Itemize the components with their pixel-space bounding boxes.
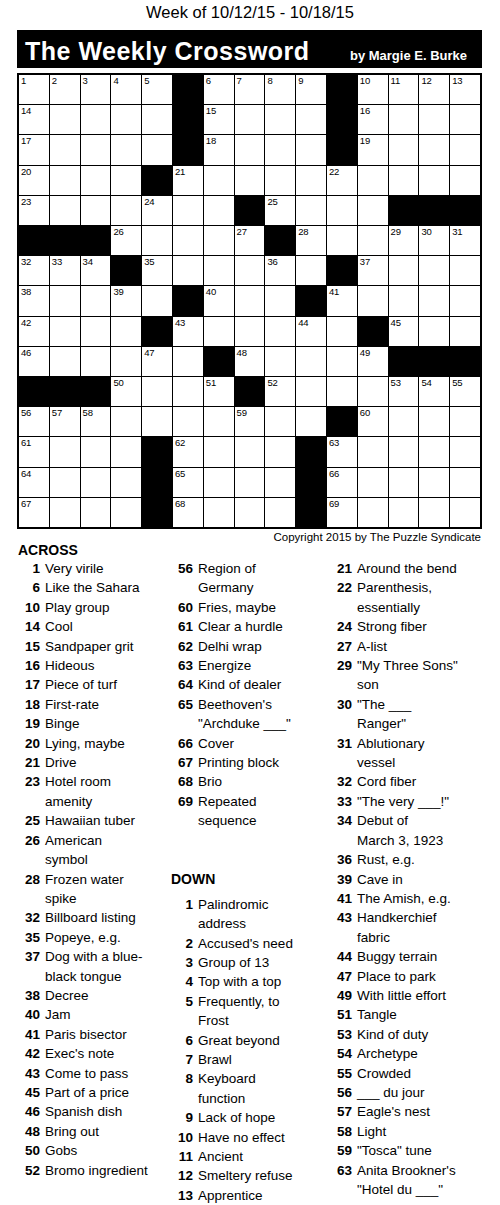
cell-r6c15[interactable]: 31 [450,226,480,255]
cell-r11c14[interactable]: 54 [419,377,449,406]
cell-r15c6[interactable]: 68 [173,498,203,527]
cell-number: 32 [21,257,31,267]
cell-r1c10[interactable]: 9 [296,75,326,104]
across-clue-18: 18First-rate [18,695,168,714]
cell-r13c15[interactable] [450,437,480,466]
clue-number: 26 [18,831,45,870]
cell-r3c5[interactable] [142,135,172,164]
cell-r2c8[interactable] [235,105,265,134]
cell-r7c10[interactable] [296,256,326,285]
clue-number: 24 [330,617,357,636]
cell-r15c7[interactable] [204,498,234,527]
clue-number: 1 [18,559,45,578]
cell-r7c7[interactable] [204,256,234,285]
cell-number: 4 [113,76,118,86]
cell-r4c14[interactable] [419,166,449,195]
cell-r6c6[interactable] [173,226,203,255]
cell-r9c15[interactable] [450,317,480,346]
cell-r13c6[interactable]: 62 [173,437,203,466]
cell-r4c12[interactable] [358,166,388,195]
clue-text: Popeye, e.g. [45,928,168,947]
cell-r1c8[interactable]: 7 [235,75,265,104]
cell-r9c1[interactable]: 42 [19,317,49,346]
black-cell-r13c5 [142,437,172,466]
cell-r13c1[interactable]: 61 [19,437,49,466]
cell-r3c7[interactable]: 18 [204,135,234,164]
cell-r15c15[interactable] [450,498,480,527]
cell-r7c1[interactable]: 32 [19,256,49,285]
clue-number: 6 [18,578,45,597]
cell-r13c13[interactable] [389,437,419,466]
cell-r7c14[interactable] [419,256,449,285]
cell-r15c2[interactable] [50,498,80,527]
cell-number: 62 [175,438,185,448]
cell-r3c13[interactable] [389,135,419,164]
cell-r8c13[interactable] [389,286,419,315]
cell-r13c14[interactable] [419,437,449,466]
cell-r9c10[interactable]: 44 [296,317,326,346]
black-cell-r10c13 [389,347,419,376]
clue-number: 19 [18,714,45,733]
cell-r5c10[interactable] [296,196,326,225]
clue-text: ___ du jour [357,1083,490,1102]
cell-r15c13[interactable] [389,498,419,527]
clue-text: Repeated sequence [198,792,323,831]
cell-r13c7[interactable] [204,437,234,466]
cell-r4c13[interactable] [389,166,419,195]
cell-r7c12[interactable]: 37 [358,256,388,285]
cell-r1c15[interactable]: 13 [450,75,480,104]
cell-r13c12[interactable] [358,437,388,466]
cell-r15c1[interactable]: 67 [19,498,49,527]
cell-r7c13[interactable] [389,256,419,285]
clue-number: 39 [330,870,357,889]
cell-r13c8[interactable] [235,437,265,466]
down-clue-47: 47Place to park [330,967,490,986]
cell-number: 57 [52,408,62,418]
cell-r2c4[interactable] [111,105,141,134]
cell-r9c13[interactable]: 45 [389,317,419,346]
cell-r11c9[interactable]: 52 [265,377,295,406]
cell-r8c14[interactable] [419,286,449,315]
down-clue-58: 58Light [330,1122,490,1141]
clue-text: Kind of duty [357,1025,490,1044]
cell-r5c4[interactable] [111,196,141,225]
across-clue-41: 41Paris bisector [18,1025,168,1044]
black-cell-r1c6 [173,75,203,104]
cell-r12c10[interactable] [296,407,326,436]
cell-r14c1[interactable]: 64 [19,468,49,497]
clue-text: Frequently, to Frost [198,992,323,1031]
clue-text: Cave in [357,870,490,889]
cell-r11c5[interactable] [142,377,172,406]
cell-r15c3[interactable] [81,498,111,527]
cell-r14c3[interactable] [81,468,111,497]
cell-number: 44 [298,318,308,328]
cell-r15c12[interactable] [358,498,388,527]
across-clue-46: 46Spanish dish [18,1102,168,1121]
cell-r3c8[interactable] [235,135,265,164]
cell-r4c11[interactable]: 22 [327,166,357,195]
black-cell-r10c7 [204,347,234,376]
cell-number: 33 [52,257,62,267]
across-clue-6: 6Like the Sahara [18,578,168,597]
cell-r4c10[interactable] [296,166,326,195]
cell-r14c14[interactable] [419,468,449,497]
cell-r1c14[interactable]: 12 [419,75,449,104]
cell-r11c7[interactable]: 51 [204,377,234,406]
down-clue-9: 9Lack of hope [171,1108,323,1127]
cell-r9c4[interactable] [111,317,141,346]
clue-number: 23 [18,772,45,811]
cell-r8c3[interactable] [81,286,111,315]
clue-number: 67 [171,753,198,772]
cell-r3c4[interactable] [111,135,141,164]
cell-r14c4[interactable] [111,468,141,497]
cell-r6c8[interactable]: 27 [235,226,265,255]
cell-r10c10[interactable] [296,347,326,376]
cell-r10c8[interactable]: 48 [235,347,265,376]
down-clue-49: 49With little effort [330,986,490,1005]
cell-r12c2[interactable]: 57 [50,407,80,436]
cell-r4c3[interactable] [81,166,111,195]
clue-number: 25 [18,811,45,830]
cell-r11c6[interactable] [173,377,203,406]
cell-r6c7[interactable] [204,226,234,255]
cell-r12c15[interactable] [450,407,480,436]
clue-text: Drive [45,753,168,772]
cell-r6c14[interactable]: 30 [419,226,449,255]
cell-r3c10[interactable] [296,135,326,164]
cell-r7c3[interactable]: 34 [81,256,111,285]
clue-text: Fries, maybe [198,598,323,617]
cell-r12c13[interactable] [389,407,419,436]
cell-r13c11[interactable]: 63 [327,437,357,466]
clue-number: 11 [171,1147,198,1166]
cell-number: 25 [267,197,277,207]
cell-r4c4[interactable] [111,166,141,195]
cell-r9c8[interactable] [235,317,265,346]
cell-r10c11[interactable] [327,347,357,376]
cell-r6c11[interactable] [327,226,357,255]
cell-r11c10[interactable] [296,377,326,406]
down-clue-11: 11Ancient [171,1147,323,1166]
cell-r12c12[interactable]: 60 [358,407,388,436]
cell-r8c7[interactable]: 40 [204,286,234,315]
cell-r7c9[interactable]: 36 [265,256,295,285]
black-cell-r11c2 [50,377,80,406]
cell-r10c5[interactable]: 47 [142,347,172,376]
cell-r3c14[interactable] [419,135,449,164]
cell-r10c3[interactable] [81,347,111,376]
cell-r14c13[interactable] [389,468,419,497]
cell-r8c11[interactable]: 41 [327,286,357,315]
cell-r15c11[interactable]: 69 [327,498,357,527]
cell-r10c9[interactable] [265,347,295,376]
across-clue-25: 25Hawaiian tuber [18,811,168,830]
cell-r10c12[interactable]: 49 [358,347,388,376]
cell-r1c9[interactable]: 8 [265,75,295,104]
cell-r4c2[interactable] [50,166,80,195]
down-clue-43: 43Handkerchief fabric [330,908,490,947]
clue-text: Around the bend [357,559,490,578]
cell-r8c8[interactable] [235,286,265,315]
cell-r11c12[interactable] [358,377,388,406]
clue-number: 27 [330,637,357,656]
cell-r7c6[interactable] [173,256,203,285]
clue-number: 4 [171,972,198,991]
cell-r12c3[interactable]: 58 [81,407,111,436]
cell-r14c15[interactable] [450,468,480,497]
cell-r4c6[interactable]: 21 [173,166,203,195]
clue-number: 56 [330,1083,357,1102]
cell-r12c4[interactable] [111,407,141,436]
cell-number: 65 [175,469,185,479]
cell-r15c14[interactable] [419,498,449,527]
cell-r11c11[interactable] [327,377,357,406]
cell-r4c8[interactable] [235,166,265,195]
down-clue-29: 29"My Three Sons" son [330,656,490,695]
cell-r9c9[interactable] [265,317,295,346]
cell-r2c14[interactable] [419,105,449,134]
clue-text: Rust, e.g. [357,850,490,869]
cell-r9c7[interactable] [204,317,234,346]
black-cell-r11c1 [19,377,49,406]
clue-number: 44 [330,947,357,966]
across-clue-26: 26American symbol [18,831,168,870]
cell-r2c10[interactable] [296,105,326,134]
cell-r3c1[interactable]: 17 [19,135,49,164]
cell-r2c2[interactable] [50,105,80,134]
cell-r2c15[interactable] [450,105,480,134]
cell-number: 69 [329,499,339,509]
cell-r8c2[interactable] [50,286,80,315]
cell-r11c13[interactable]: 53 [389,377,419,406]
down-clue-24: 24Strong fiber [330,617,490,636]
clue-text: Region of Germany [198,559,323,598]
cell-number: 68 [175,499,185,509]
cell-number: 17 [21,136,31,146]
cell-r3c3[interactable] [81,135,111,164]
clue-number: 62 [171,637,198,656]
cell-r15c9[interactable] [265,498,295,527]
cell-r9c6[interactable]: 43 [173,317,203,346]
cell-r1c3[interactable]: 3 [81,75,111,104]
cell-r1c7[interactable]: 6 [204,75,234,104]
cell-r2c13[interactable] [389,105,419,134]
cell-r11c4[interactable]: 50 [111,377,141,406]
cell-r10c6[interactable] [173,347,203,376]
clue-text: "The ___ Ranger" [357,695,490,734]
across-clue-45: 45Part of a price [18,1083,168,1102]
cell-r7c15[interactable] [450,256,480,285]
across-clue-60: 60Fries, maybe [171,598,323,617]
cell-r14c6[interactable]: 65 [173,468,203,497]
cell-r12c14[interactable] [419,407,449,436]
cell-r1c5[interactable]: 5 [142,75,172,104]
cell-number: 52 [267,378,277,388]
cell-r5c9[interactable]: 25 [265,196,295,225]
black-cell-r12c11 [327,407,357,436]
clue-number: 59 [330,1141,357,1160]
clue-number: 53 [330,1025,357,1044]
cell-r15c8[interactable] [235,498,265,527]
cell-number: 64 [21,469,31,479]
cell-r8c1[interactable]: 38 [19,286,49,315]
cell-r2c1[interactable]: 14 [19,105,49,134]
cell-r13c4[interactable] [111,437,141,466]
cell-r3c9[interactable] [265,135,295,164]
cell-r10c2[interactable] [50,347,80,376]
cell-r14c11[interactable]: 66 [327,468,357,497]
cell-r5c12[interactable] [358,196,388,225]
clue-text: Jam [45,1005,168,1024]
cell-number: 28 [298,227,308,237]
cell-r6c5[interactable] [142,226,172,255]
cell-r9c14[interactable] [419,317,449,346]
cell-number: 34 [83,257,93,267]
cell-r12c7[interactable] [204,407,234,436]
cell-r3c2[interactable] [50,135,80,164]
cell-r12c1[interactable]: 56 [19,407,49,436]
cell-r8c15[interactable] [450,286,480,315]
cell-number: 27 [237,227,247,237]
cell-r11c15[interactable]: 55 [450,377,480,406]
black-cell-r3c11 [327,135,357,164]
cell-r8c5[interactable] [142,286,172,315]
cell-r6c13[interactable]: 29 [389,226,419,255]
cell-r14c8[interactable] [235,468,265,497]
cell-r4c9[interactable] [265,166,295,195]
cell-r13c2[interactable] [50,437,80,466]
cell-r8c9[interactable] [265,286,295,315]
down-clue-55: 55Crowded [330,1064,490,1083]
cell-r4c15[interactable] [450,166,480,195]
crossword-page: Week of 10/12/15 - 10/18/15 The Weekly C… [0,0,500,1205]
cell-r5c1[interactable]: 23 [19,196,49,225]
cell-r8c12[interactable] [358,286,388,315]
across-clue-64: 64Kind of dealer [171,675,323,694]
cell-r4c7[interactable] [204,166,234,195]
clue-number: 49 [330,986,357,1005]
cell-r14c12[interactable] [358,468,388,497]
black-cell-r9c5 [142,317,172,346]
cell-r5c2[interactable] [50,196,80,225]
cell-r12c5[interactable] [142,407,172,436]
black-cell-r15c10 [296,498,326,527]
cell-r5c11[interactable] [327,196,357,225]
cell-r7c5[interactable]: 35 [142,256,172,285]
cell-r4c1[interactable]: 20 [19,166,49,195]
cell-number: 60 [360,408,370,418]
cell-r9c3[interactable] [81,317,111,346]
down-clue-2: 2Accused's need [171,934,323,953]
clue-text: Piece of turf [45,675,168,694]
clue-text: Part of a price [45,1083,168,1102]
clue-text: Energize [198,656,323,675]
cell-r9c11[interactable] [327,317,357,346]
across-clue-15: 15Sandpaper grit [18,637,168,656]
cell-r5c7[interactable] [204,196,234,225]
cell-r5c3[interactable] [81,196,111,225]
cell-r1c4[interactable]: 4 [111,75,141,104]
cell-r1c13[interactable]: 11 [389,75,419,104]
cell-r7c2[interactable]: 33 [50,256,80,285]
cell-r8c4[interactable]: 39 [111,286,141,315]
week-title: Week of 10/12/15 - 10/18/15 [0,3,500,22]
clue-number: 52 [18,1161,45,1180]
down-clue-36: 36Rust, e.g. [330,850,490,869]
clue-number: 38 [18,986,45,1005]
cell-r10c1[interactable]: 46 [19,347,49,376]
cell-number: 18 [206,136,216,146]
cell-r5c6[interactable] [173,196,203,225]
black-cell-r3c6 [173,135,203,164]
cell-r6c12[interactable] [358,226,388,255]
clue-text: Great beyond [198,1031,323,1050]
cell-r14c7[interactable] [204,468,234,497]
clue-section: 21Around the bend22Parenthesis, essentia… [330,559,490,1199]
cell-r7c8[interactable] [235,256,265,285]
cell-r14c9[interactable] [265,468,295,497]
across-clue-48: 48Bring out [18,1122,168,1141]
down-clue-3: 3Group of 13 [171,953,323,972]
cell-r6c10[interactable]: 28 [296,226,326,255]
cell-r2c3[interactable] [81,105,111,134]
cell-r12c6[interactable] [173,407,203,436]
clue-number: 28 [18,870,45,909]
cell-r14c2[interactable] [50,468,80,497]
cell-r2c12[interactable]: 16 [358,105,388,134]
cell-r1c1[interactable]: 1 [19,75,49,104]
puzzle-title: The Weekly Crossword [25,37,310,66]
cell-r15c4[interactable] [111,498,141,527]
clue-number: 31 [330,734,357,773]
cell-r12c9[interactable] [265,407,295,436]
across-clue-42: 42Exec's note [18,1044,168,1063]
clue-number: 66 [171,734,198,753]
clue-text: Lack of hope [198,1108,323,1127]
clue-number: 36 [330,850,357,869]
cell-r1c12[interactable]: 10 [358,75,388,104]
across-clue-68: 68Brio [171,772,323,791]
clue-text: Paris bisector [45,1025,168,1044]
cell-r13c9[interactable] [265,437,295,466]
clue-column-2: 56Region of Germany60Fries, maybe61Clear… [171,559,323,1205]
cell-r2c5[interactable] [142,105,172,134]
cell-r9c2[interactable] [50,317,80,346]
down-clue-59: 59"Tosca" tune [330,1141,490,1160]
cell-r10c4[interactable] [111,347,141,376]
cell-r3c12[interactable]: 19 [358,135,388,164]
clue-text: Play group [45,598,168,617]
cell-r5c5[interactable]: 24 [142,196,172,225]
cell-r6c4[interactable]: 26 [111,226,141,255]
cell-number: 46 [21,348,31,358]
clue-number: 63 [330,1161,357,1200]
cell-r2c7[interactable]: 15 [204,105,234,134]
cell-r12c8[interactable]: 59 [235,407,265,436]
black-cell-r5c13 [389,196,419,225]
clue-text: Frozen water spike [45,870,168,909]
cell-r2c9[interactable] [265,105,295,134]
cell-r3c15[interactable] [450,135,480,164]
clue-number: 46 [18,1102,45,1121]
cell-r13c3[interactable] [81,437,111,466]
clue-number: 17 [18,675,45,694]
cell-r1c2[interactable]: 2 [50,75,80,104]
clue-text: Archetype [357,1044,490,1063]
